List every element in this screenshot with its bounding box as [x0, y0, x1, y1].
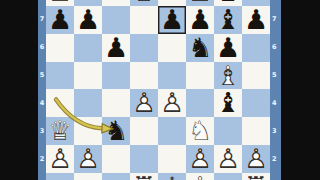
square-g7[interactable]: ♝ — [214, 6, 242, 34]
rank-label-2: 2 — [270, 156, 281, 163]
square-g5[interactable]: ♝♗ — [214, 62, 242, 90]
square-f5[interactable] — [186, 62, 214, 90]
rank-label-7: 7 — [270, 16, 281, 23]
white-pawn-g2[interactable]: ♟♙ — [214, 145, 242, 173]
square-b2[interactable]: ♟♙ — [74, 145, 102, 173]
square-g4[interactable]: ♝ — [214, 89, 242, 117]
square-a7[interactable]: ♟ — [46, 6, 74, 34]
square-e7[interactable]: ♟ — [158, 6, 186, 34]
square-b7[interactable]: ♟ — [74, 6, 102, 34]
rank-label-2: 2 — [38, 156, 46, 163]
square-c2[interactable] — [102, 145, 130, 173]
rank-label-5: 5 — [38, 72, 46, 79]
white-pawn-b2[interactable]: ♟♙ — [74, 145, 102, 173]
black-pawn-e7[interactable]: ♟ — [158, 6, 186, 34]
rank-label-4: 4 — [38, 100, 46, 107]
white-pawn-f2[interactable]: ♟♙ — [186, 145, 214, 173]
rank-label-5: 5 — [270, 72, 281, 79]
square-h3[interactable] — [242, 117, 270, 145]
square-d7[interactable] — [130, 6, 158, 34]
square-b4[interactable] — [74, 89, 102, 117]
square-f7[interactable]: ♟ — [186, 6, 214, 34]
black-pawn-g6[interactable]: ♟ — [214, 34, 242, 62]
rank-label-3: 3 — [270, 128, 281, 135]
square-c1[interactable] — [102, 173, 130, 180]
square-h7[interactable]: ♟ — [242, 6, 270, 34]
square-a1[interactable] — [46, 173, 74, 180]
white-rook-d1[interactable]: ♜♖ — [130, 173, 158, 180]
white-bishop-g5[interactable]: ♝♗ — [214, 62, 242, 90]
black-bishop-g7[interactable]: ♝ — [214, 6, 242, 34]
square-b5[interactable] — [74, 62, 102, 90]
square-b3[interactable] — [74, 117, 102, 145]
white-queen-a3[interactable]: ♛♕ — [46, 117, 74, 145]
square-g6[interactable]: ♟ — [214, 34, 242, 62]
square-f4[interactable] — [186, 89, 214, 117]
letterbox-right — [281, 0, 320, 180]
square-a2[interactable]: ♟♙ — [46, 145, 74, 173]
square-g1[interactable] — [214, 173, 242, 180]
white-pawn-d4[interactable]: ♟♙ — [130, 89, 158, 117]
white-pawn-a2[interactable]: ♟♙ — [46, 145, 74, 173]
black-pawn-b7[interactable]: ♟ — [74, 6, 102, 34]
rank-label-3: 3 — [38, 128, 46, 135]
square-d6[interactable] — [130, 34, 158, 62]
square-c6[interactable]: ♟ — [102, 34, 130, 62]
rank-labels-left: 87654321 — [38, 0, 46, 180]
black-bishop-g4[interactable]: ♝ — [214, 89, 242, 117]
rank-label-6: 6 — [38, 44, 46, 51]
rank-label-4: 4 — [270, 100, 281, 107]
square-g2[interactable]: ♟♙ — [214, 145, 242, 173]
chess-app-screenshot: 87654321 87654321 ♜♛♜♚♟♟♟♟♝♟♟♞♟♝♗♟♙♟♙♝♛♕… — [0, 0, 320, 180]
square-e4[interactable]: ♟♙ — [158, 89, 186, 117]
white-pawn-h2[interactable]: ♟♙ — [242, 145, 270, 173]
square-e5[interactable] — [158, 62, 186, 90]
square-e1[interactable]: ♚♔ — [158, 173, 186, 180]
rank-labels-right: 87654321 — [270, 0, 281, 180]
square-c3[interactable]: ♞ — [102, 117, 130, 145]
rank-label-6: 6 — [270, 44, 281, 51]
square-e2[interactable] — [158, 145, 186, 173]
square-a3[interactable]: ♛♕ — [46, 117, 74, 145]
square-c4[interactable] — [102, 89, 130, 117]
square-e3[interactable] — [158, 117, 186, 145]
white-knight-f3[interactable]: ♞♘ — [186, 117, 214, 145]
square-h5[interactable] — [242, 62, 270, 90]
square-b6[interactable] — [74, 34, 102, 62]
black-knight-f6[interactable]: ♞ — [186, 34, 214, 62]
square-a4[interactable] — [46, 89, 74, 117]
white-pawn-e4[interactable]: ♟♙ — [158, 89, 186, 117]
square-h4[interactable] — [242, 89, 270, 117]
square-b1[interactable] — [74, 173, 102, 180]
square-f1[interactable]: ♝♗ — [186, 173, 214, 180]
square-f3[interactable]: ♞♘ — [186, 117, 214, 145]
black-pawn-a7[interactable]: ♟ — [46, 6, 74, 34]
black-pawn-c6[interactable]: ♟ — [102, 34, 130, 62]
square-d4[interactable]: ♟♙ — [130, 89, 158, 117]
square-e6[interactable] — [158, 34, 186, 62]
black-pawn-f7[interactable]: ♟ — [186, 6, 214, 34]
square-d5[interactable] — [130, 62, 158, 90]
square-f6[interactable]: ♞ — [186, 34, 214, 62]
rank-label-7: 7 — [38, 16, 46, 23]
square-f2[interactable]: ♟♙ — [186, 145, 214, 173]
square-c5[interactable] — [102, 62, 130, 90]
square-d1[interactable]: ♜♖ — [130, 173, 158, 180]
square-a6[interactable] — [46, 34, 74, 62]
white-rook-h1[interactable]: ♜♖ — [242, 173, 270, 180]
chess-board: ♜♛♜♚♟♟♟♟♝♟♟♞♟♝♗♟♙♟♙♝♛♕♞♞♘♟♙♟♙♟♙♟♙♟♙♜♖♚♔♝… — [46, 0, 270, 180]
white-king-e1[interactable]: ♚♔ — [158, 173, 186, 180]
square-d3[interactable] — [130, 117, 158, 145]
square-g3[interactable] — [214, 117, 242, 145]
black-pawn-h7[interactable]: ♟ — [242, 6, 270, 34]
letterbox-left — [0, 0, 38, 180]
square-a5[interactable] — [46, 62, 74, 90]
square-h1[interactable]: ♜♖ — [242, 173, 270, 180]
white-bishop-f1[interactable]: ♝♗ — [186, 173, 214, 180]
square-d2[interactable] — [130, 145, 158, 173]
black-knight-c3[interactable]: ♞ — [102, 117, 130, 145]
square-h2[interactable]: ♟♙ — [242, 145, 270, 173]
square-h6[interactable] — [242, 34, 270, 62]
square-c7[interactable] — [102, 6, 130, 34]
